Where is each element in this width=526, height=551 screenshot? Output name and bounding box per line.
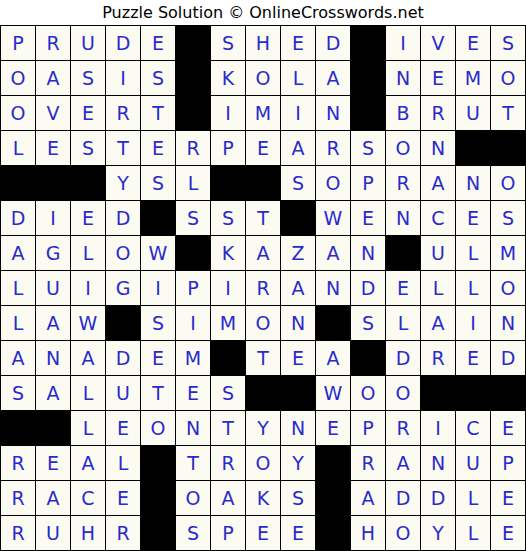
letter-cell: E [281,26,315,60]
black-cell [1,166,35,200]
letter-cell: O [491,166,525,200]
black-cell [491,376,525,410]
letter-cell: C [421,201,455,235]
letter-cell: N [386,61,420,95]
letter-cell: I [211,96,245,130]
letter-cell: S [71,131,105,165]
letter-cell: M [246,96,280,130]
letter-cell: I [386,26,420,60]
letter-cell: O [1,61,35,95]
letter-cell: D [386,481,420,515]
letter-cell: E [456,26,490,60]
letter-cell: I [141,271,175,305]
black-cell [456,376,490,410]
letter-cell: M [176,341,210,375]
letter-cell: I [36,201,70,235]
letter-cell: E [141,341,175,375]
letter-cell: A [36,481,70,515]
letter-cell: E [141,131,175,165]
black-cell [351,26,385,60]
letter-cell: C [71,481,105,515]
black-cell [491,131,525,165]
letter-cell: A [1,341,35,375]
letter-cell: T [246,341,280,375]
letter-cell: N [456,166,490,200]
letter-cell: W [141,236,175,270]
letter-cell: Z [281,236,315,270]
puzzle-solution-page: Puzzle Solution © OnlineCrosswords.net P… [0,0,526,551]
black-cell [456,131,490,165]
crossword-grid: PRUDESHEDIVESOASISKOLANEMOOVERTIMINBRUTL… [0,25,526,551]
letter-cell: E [386,271,420,305]
letter-cell: S [211,376,245,410]
letter-cell: L [1,131,35,165]
letter-cell: S [491,201,525,235]
letter-cell: I [211,271,245,305]
black-cell [211,166,245,200]
letter-cell: R [386,166,420,200]
letter-cell: U [36,516,70,550]
letter-cell: U [456,446,490,480]
black-cell [281,376,315,410]
letter-cell: T [141,96,175,130]
letter-cell: R [421,341,455,375]
letter-cell: N [421,446,455,480]
letter-cell: O [491,271,525,305]
letter-cell: E [246,516,280,550]
letter-cell: Y [421,516,455,550]
letter-cell: D [421,481,455,515]
letter-cell: S [351,131,385,165]
letter-cell: O [386,516,420,550]
letter-cell: S [281,481,315,515]
black-cell [281,201,315,235]
letter-cell: L [456,271,490,305]
letter-cell: H [71,516,105,550]
letter-cell: E [456,201,490,235]
letter-cell: D [316,26,350,60]
black-cell [176,26,210,60]
black-cell [141,481,175,515]
letter-cell: P [351,166,385,200]
letter-cell: O [246,306,280,340]
letter-cell: T [176,446,210,480]
letter-cell: D [106,26,140,60]
letter-cell: G [106,271,140,305]
letter-cell: E [351,201,385,235]
letter-cell: S [1,376,35,410]
letter-cell: E [36,446,70,480]
letter-cell: T [211,411,245,445]
letter-cell: A [386,446,420,480]
letter-cell: A [421,166,455,200]
letter-cell: A [316,341,350,375]
letter-cell: A [351,481,385,515]
letter-cell: E [71,201,105,235]
black-cell [386,236,420,270]
letter-cell: N [176,411,210,445]
letter-cell: R [36,26,70,60]
letter-cell: E [106,481,140,515]
letter-cell: L [176,166,210,200]
letter-cell: E [281,341,315,375]
letter-cell: A [36,376,70,410]
letter-cell: U [106,376,140,410]
letter-cell: W [316,376,350,410]
letter-cell: T [106,131,140,165]
letter-cell: R [211,446,245,480]
page-title: Puzzle Solution © OnlineCrosswords.net [102,3,424,22]
black-cell [141,516,175,550]
letter-cell: O [316,166,350,200]
letter-cell: N [36,341,70,375]
letter-cell: E [106,411,140,445]
letter-cell: P [211,131,245,165]
letter-cell: E [421,61,455,95]
letter-cell: L [386,306,420,340]
letter-cell: T [141,376,175,410]
letter-cell: P [211,516,245,550]
letter-cell: R [246,271,280,305]
black-cell [141,201,175,235]
letter-cell: O [106,236,140,270]
letter-cell: D [351,271,385,305]
letter-cell: U [421,236,455,270]
letter-cell: Y [281,446,315,480]
letter-cell: E [36,131,70,165]
letter-cell: U [36,271,70,305]
black-cell [421,376,455,410]
letter-cell: R [351,446,385,480]
letter-cell: S [141,306,175,340]
letter-cell: K [246,481,280,515]
letter-cell: E [316,411,350,445]
letter-cell: O [246,446,280,480]
letter-cell: R [421,96,455,130]
letter-cell: T [491,96,525,130]
letter-cell: N [421,131,455,165]
letter-cell: A [281,271,315,305]
black-cell [1,411,35,445]
letter-cell: L [421,271,455,305]
letter-cell: S [176,201,210,235]
letter-cell: S [176,516,210,550]
letter-cell: L [1,306,35,340]
letter-cell: E [491,516,525,550]
letter-cell: R [106,96,140,130]
letter-cell: E [176,376,210,410]
letter-cell: E [281,516,315,550]
black-cell [316,446,350,480]
letter-cell: E [246,131,280,165]
letter-cell: D [106,341,140,375]
letter-cell: P [351,411,385,445]
letter-cell: L [456,481,490,515]
letter-cell: S [141,166,175,200]
letter-cell: R [1,516,35,550]
letter-cell: S [491,26,525,60]
letter-cell: V [421,26,455,60]
letter-cell: I [176,306,210,340]
letter-cell: D [1,201,35,235]
letter-cell: S [281,166,315,200]
letter-cell: S [351,306,385,340]
letter-cell: R [1,481,35,515]
letter-cell: R [386,411,420,445]
letter-cell: I [71,271,105,305]
black-cell [36,166,70,200]
letter-cell: L [456,236,490,270]
letter-cell: L [71,411,105,445]
letter-cell: I [281,96,315,130]
letter-cell: E [71,96,105,130]
letter-cell: L [106,446,140,480]
black-cell [316,516,350,550]
letter-cell: E [491,481,525,515]
letter-cell: R [316,131,350,165]
black-cell [351,341,385,375]
title-bar: Puzzle Solution © OnlineCrosswords.net [0,0,526,25]
letter-cell: E [456,341,490,375]
letter-cell: L [281,61,315,95]
letter-cell: L [71,376,105,410]
letter-cell: N [386,201,420,235]
letter-cell: A [71,341,105,375]
letter-cell: B [386,96,420,130]
letter-cell: P [176,271,210,305]
black-cell [71,166,105,200]
letter-cell: O [386,376,420,410]
letter-cell: P [1,26,35,60]
black-cell [316,481,350,515]
letter-cell: N [316,96,350,130]
letter-cell: R [1,446,35,480]
letter-cell: D [106,201,140,235]
letter-cell: A [421,306,455,340]
letter-cell: R [176,131,210,165]
letter-cell: U [456,96,490,130]
letter-cell: L [456,516,490,550]
black-cell [351,96,385,130]
letter-cell: G [36,236,70,270]
black-cell [176,61,210,95]
letter-cell: V [36,96,70,130]
letter-cell: O [351,376,385,410]
letter-cell: O [246,61,280,95]
letter-cell: S [211,201,245,235]
letter-cell: A [1,236,35,270]
letter-cell: E [141,26,175,60]
letter-cell: N [351,236,385,270]
black-cell [316,306,350,340]
letter-cell: H [351,516,385,550]
letter-cell: D [386,341,420,375]
letter-cell: A [316,61,350,95]
black-cell [106,306,140,340]
letter-cell: A [316,236,350,270]
letter-cell: S [71,61,105,95]
letter-cell: A [246,236,280,270]
letter-cell: K [211,61,245,95]
letter-cell: M [456,61,490,95]
letter-cell: N [281,411,315,445]
black-cell [246,376,280,410]
letter-cell: U [71,26,105,60]
letter-cell: I [456,306,490,340]
letter-cell: A [71,446,105,480]
letter-cell: O [1,96,35,130]
letter-cell: H [246,26,280,60]
letter-cell: Y [246,411,280,445]
letter-cell: A [281,131,315,165]
black-cell [176,96,210,130]
black-cell [211,341,245,375]
black-cell [246,166,280,200]
letter-cell: O [141,411,175,445]
letter-cell: D [491,341,525,375]
letter-cell: A [36,306,70,340]
letter-cell: T [246,201,280,235]
letter-cell: R [106,516,140,550]
letter-cell: N [316,271,350,305]
letter-cell: K [211,236,245,270]
letter-cell: A [36,61,70,95]
letter-cell: L [71,236,105,270]
letter-cell: N [281,306,315,340]
letter-cell: M [211,306,245,340]
letter-cell: S [141,61,175,95]
letter-cell: E [491,411,525,445]
letter-cell: P [491,446,525,480]
letter-cell: A [211,481,245,515]
black-cell [351,61,385,95]
letter-cell: L [1,271,35,305]
letter-cell: O [386,131,420,165]
black-cell [141,446,175,480]
letter-cell: O [176,481,210,515]
letter-cell: O [491,61,525,95]
letter-cell: I [106,61,140,95]
letter-cell: W [316,201,350,235]
black-cell [36,411,70,445]
letter-cell: N [491,306,525,340]
black-cell [176,236,210,270]
letter-cell: M [491,236,525,270]
letter-cell: I [421,411,455,445]
letter-cell: W [71,306,105,340]
letter-cell: Y [106,166,140,200]
letter-cell: C [456,411,490,445]
letter-cell: S [211,26,245,60]
